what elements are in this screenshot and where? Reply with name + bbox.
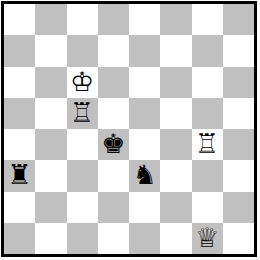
square-g5[interactable] [192, 98, 223, 129]
square-e7[interactable] [129, 35, 160, 66]
square-c7[interactable] [67, 35, 98, 66]
square-f3[interactable] [160, 160, 191, 191]
square-d3[interactable] [98, 160, 129, 191]
square-f4[interactable] [160, 129, 191, 160]
square-h3[interactable] [223, 160, 254, 191]
white-king-icon: ♔ [70, 68, 94, 95]
square-d6[interactable] [98, 67, 129, 98]
square-e3[interactable]: ♞ [129, 160, 160, 191]
square-d8[interactable] [98, 4, 129, 35]
square-h1[interactable] [223, 223, 254, 254]
square-a6[interactable] [4, 67, 35, 98]
square-f7[interactable] [160, 35, 191, 66]
square-g3[interactable] [192, 160, 223, 191]
square-f2[interactable] [160, 192, 191, 223]
black-knight-icon: ♞ [133, 161, 157, 188]
square-h7[interactable] [223, 35, 254, 66]
square-h5[interactable] [223, 98, 254, 129]
square-e1[interactable] [129, 223, 160, 254]
square-c8[interactable] [67, 4, 98, 35]
square-c6[interactable]: ♔ [67, 67, 98, 98]
square-b7[interactable] [35, 35, 66, 66]
square-c1[interactable] [67, 223, 98, 254]
black-rook-icon: ♜ [8, 161, 32, 188]
square-b5[interactable] [35, 98, 66, 129]
square-g2[interactable] [192, 192, 223, 223]
square-a7[interactable] [4, 35, 35, 66]
square-d5[interactable] [98, 98, 129, 129]
square-b2[interactable] [35, 192, 66, 223]
square-h6[interactable] [223, 67, 254, 98]
square-c3[interactable] [67, 160, 98, 191]
square-b4[interactable] [35, 129, 66, 160]
square-a8[interactable] [4, 4, 35, 35]
square-b3[interactable] [35, 160, 66, 191]
square-a5[interactable] [4, 98, 35, 129]
square-a1[interactable] [4, 223, 35, 254]
square-e6[interactable] [129, 67, 160, 98]
square-d1[interactable] [98, 223, 129, 254]
square-e5[interactable] [129, 98, 160, 129]
white-queen-icon: ♕ [195, 224, 219, 251]
square-c2[interactable] [67, 192, 98, 223]
square-g8[interactable] [192, 4, 223, 35]
square-a3[interactable]: ♜ [4, 160, 35, 191]
square-g1[interactable]: ♕ [192, 223, 223, 254]
square-g7[interactable] [192, 35, 223, 66]
square-e8[interactable] [129, 4, 160, 35]
square-d7[interactable] [98, 35, 129, 66]
square-g4[interactable]: ♖ [192, 129, 223, 160]
square-h2[interactable] [223, 192, 254, 223]
square-h4[interactable] [223, 129, 254, 160]
square-b6[interactable] [35, 67, 66, 98]
square-f6[interactable] [160, 67, 191, 98]
white-rook-icon: ♖ [70, 99, 94, 126]
square-c5[interactable]: ♖ [67, 98, 98, 129]
square-d4[interactable]: ♚ [98, 129, 129, 160]
square-b1[interactable] [35, 223, 66, 254]
square-a4[interactable] [4, 129, 35, 160]
black-king-icon: ♚ [101, 130, 125, 157]
square-f5[interactable] [160, 98, 191, 129]
chess-board: ♔♖♚♖♜♞♕ [1, 1, 257, 257]
square-a2[interactable] [4, 192, 35, 223]
square-d2[interactable] [98, 192, 129, 223]
square-e2[interactable] [129, 192, 160, 223]
square-b8[interactable] [35, 4, 66, 35]
square-f8[interactable] [160, 4, 191, 35]
square-f1[interactable] [160, 223, 191, 254]
square-h8[interactable] [223, 4, 254, 35]
square-g6[interactable] [192, 67, 223, 98]
chess-diagram: ♔♖♚♖♜♞♕ [1, 1, 257, 257]
white-rook-icon: ♖ [195, 130, 219, 157]
square-c4[interactable] [67, 129, 98, 160]
square-e4[interactable] [129, 129, 160, 160]
